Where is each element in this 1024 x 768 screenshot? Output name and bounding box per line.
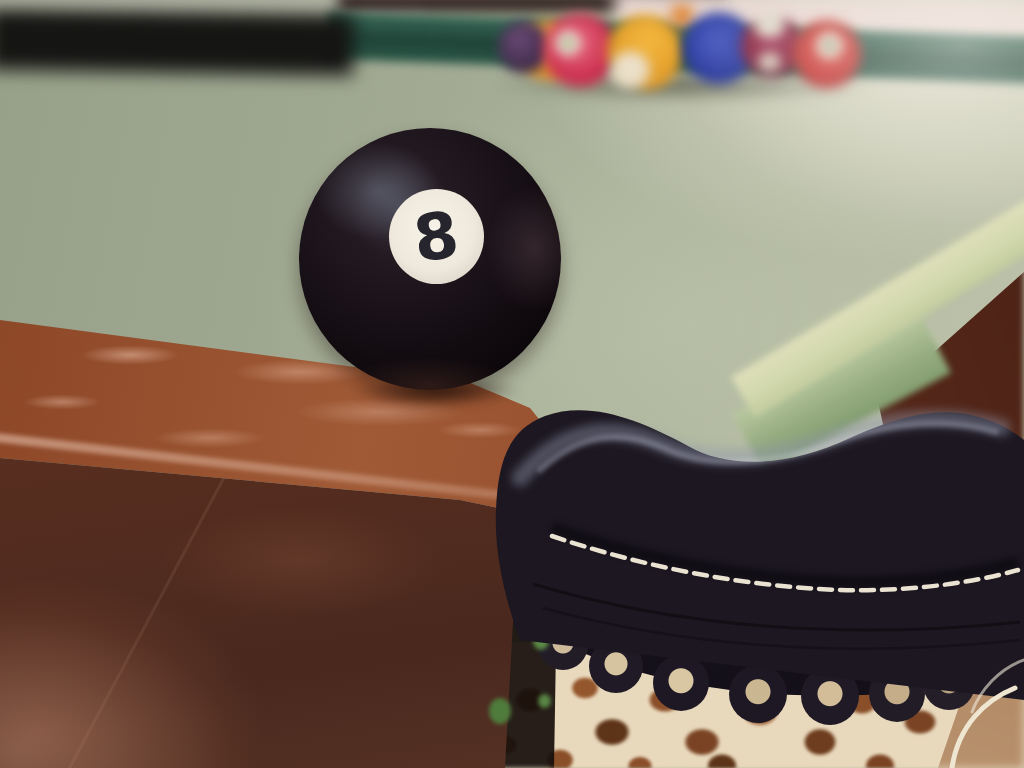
pocket-leather-roll-svg bbox=[0, 0, 1024, 768]
pocket-string bbox=[952, 688, 1015, 768]
eight-ball-number: 8 bbox=[411, 202, 463, 271]
pool-table-photo: 8 bbox=[0, 0, 1024, 768]
eight-ball: 8 bbox=[299, 128, 561, 390]
eight-ball-number-spot: 8 bbox=[389, 189, 484, 284]
